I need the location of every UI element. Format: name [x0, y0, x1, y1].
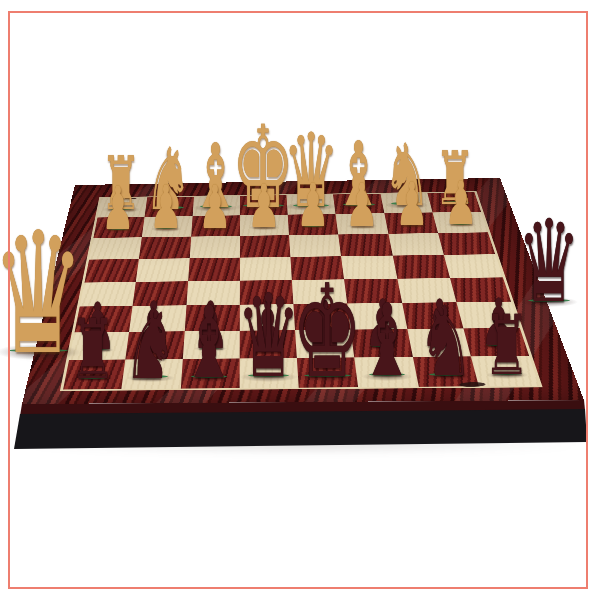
board-square	[297, 357, 359, 387]
board-square	[456, 302, 520, 329]
board-square	[188, 257, 240, 281]
board-square	[191, 215, 240, 236]
board-square	[344, 278, 401, 303]
board-square	[239, 330, 296, 358]
board-square	[89, 237, 142, 259]
board-square	[240, 195, 288, 215]
board-square	[189, 236, 239, 258]
board-square	[186, 280, 240, 305]
board-square	[145, 197, 194, 217]
board-square	[122, 359, 183, 389]
chessboard	[22, 178, 584, 404]
board-square	[402, 302, 463, 329]
board-square	[438, 232, 495, 254]
board-square	[463, 328, 529, 356]
board-square	[286, 194, 335, 214]
board-square	[333, 194, 384, 214]
board-square	[80, 282, 136, 307]
board-square	[295, 330, 354, 358]
board-square	[341, 255, 397, 279]
board-square	[142, 216, 192, 237]
board-square	[75, 306, 133, 332]
board-square	[240, 257, 292, 281]
board-square	[139, 236, 191, 258]
board-square	[392, 255, 449, 279]
board-square	[289, 234, 341, 256]
board-square	[136, 258, 189, 282]
board-square	[288, 214, 339, 235]
board-square	[432, 212, 487, 233]
board-square	[290, 256, 344, 280]
board-square	[239, 358, 298, 388]
board-square	[292, 279, 348, 304]
board-square	[184, 305, 239, 332]
board-square	[397, 278, 456, 303]
board-square	[69, 332, 129, 360]
board-square	[129, 305, 186, 331]
product-photo: ♜♞♝♚♛♝♞♜♟♟♟♟♟♟♟♟♟♟♟♟♟♟♟♟♜♞♝♛♚♝♞♜♛♛	[0, 0, 597, 600]
board-square	[450, 277, 511, 302]
playing-field	[60, 191, 543, 391]
board-square	[63, 360, 125, 390]
board-square	[388, 233, 444, 255]
board-square	[98, 197, 148, 217]
board-square	[354, 357, 418, 387]
board-square	[427, 192, 481, 212]
board-square	[240, 215, 289, 236]
board-square	[336, 213, 388, 234]
board-square	[407, 329, 471, 357]
board-square	[182, 331, 239, 359]
board-square	[93, 217, 144, 238]
board-square	[338, 234, 392, 256]
board-square	[85, 259, 140, 283]
board-square	[126, 331, 185, 359]
board-square	[380, 193, 432, 213]
board-square	[240, 235, 291, 257]
board-square	[180, 359, 239, 389]
rim-black-band	[14, 409, 587, 449]
board-square	[444, 254, 503, 278]
board-square	[384, 212, 438, 233]
board-square	[293, 304, 350, 331]
board-square	[351, 329, 413, 357]
board-square	[240, 280, 294, 305]
board-square	[133, 281, 188, 306]
board-square	[192, 196, 240, 216]
board-square	[347, 303, 406, 330]
board-square	[240, 304, 296, 331]
